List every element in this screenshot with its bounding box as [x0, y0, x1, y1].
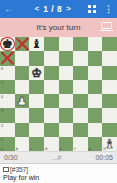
square-d3[interactable] — [44, 108, 59, 122]
square-e2[interactable] — [59, 123, 74, 137]
square-f6[interactable] — [73, 66, 88, 80]
square-d1[interactable]: d — [44, 137, 59, 151]
square-h8[interactable] — [102, 37, 117, 51]
rank-label: 3 — [1, 108, 3, 113]
rank-label: 5 — [1, 80, 3, 85]
square-e4[interactable] — [59, 94, 74, 108]
square-c7[interactable] — [29, 51, 44, 65]
square-a8[interactable]: 8♚ — [0, 37, 15, 51]
square-a6[interactable]: 6 — [0, 66, 15, 80]
task-id: [#357] — [10, 166, 28, 173]
square-b6[interactable] — [15, 66, 30, 80]
square-c4[interactable] — [29, 94, 44, 108]
move-list-text: ...# — [18, 154, 96, 161]
square-h6[interactable] — [102, 66, 117, 80]
square-g8[interactable] — [88, 37, 103, 51]
file-label: a — [1, 146, 3, 151]
timer: 00:05 — [95, 154, 113, 161]
cross-marker — [15, 37, 30, 51]
checkbox-icon — [3, 167, 9, 173]
kebab-menu-icon[interactable]: ⋮ — [104, 0, 113, 18]
black-piece-c8[interactable]: ♝ — [29, 37, 44, 51]
square-h3[interactable] — [102, 108, 117, 122]
square-d4[interactable] — [44, 94, 59, 108]
rank-label: 6 — [1, 66, 3, 71]
puzzle-list-grid-icon[interactable] — [88, 5, 96, 13]
white-piece-c6[interactable]: ♚ — [29, 66, 44, 80]
square-f8[interactable] — [73, 37, 88, 51]
file-label: d — [45, 146, 47, 151]
square-c6[interactable]: ♚ — [29, 66, 44, 80]
square-a3[interactable]: 3 — [0, 108, 15, 122]
chess-board: 8♚♝76♚54♟321abcdefgh♝ — [0, 37, 117, 151]
square-c8[interactable]: ♝ — [29, 37, 44, 51]
file-label: b — [16, 146, 18, 151]
square-a7[interactable]: 7 — [0, 51, 15, 65]
square-a2[interactable]: 2 — [0, 123, 15, 137]
square-d7[interactable] — [44, 51, 59, 65]
square-h2[interactable] — [102, 123, 117, 137]
task-title: Play for win — [3, 174, 114, 181]
square-b3[interactable] — [15, 108, 30, 122]
circle-marker — [0, 37, 15, 51]
square-h7[interactable] — [102, 51, 117, 65]
square-e7[interactable] — [59, 51, 74, 65]
square-b5[interactable] — [15, 80, 30, 94]
square-h4[interactable] — [102, 94, 117, 108]
square-g3[interactable] — [88, 108, 103, 122]
square-g5[interactable] — [88, 80, 103, 94]
square-b8[interactable] — [15, 37, 30, 51]
square-f4[interactable] — [73, 94, 88, 108]
square-g4[interactable] — [88, 94, 103, 108]
square-d8[interactable] — [44, 37, 59, 51]
square-h1[interactable]: h♝ — [102, 137, 117, 151]
computer-icon[interactable] — [101, 22, 112, 29]
score-counter: 0/30 — [4, 154, 18, 161]
square-e8[interactable] — [59, 37, 74, 51]
rank-label: 2 — [1, 123, 3, 128]
turn-banner: It's your turn — [0, 18, 117, 37]
file-label: c — [30, 146, 32, 151]
square-g6[interactable] — [88, 66, 103, 80]
square-b2[interactable] — [15, 123, 30, 137]
puzzle-counter: 1 / 8 — [43, 4, 62, 14]
chess-app: ← < 1 / 8 > ⋮ It's your turn 8♚♝76♚54♟32… — [0, 0, 117, 183]
square-e1[interactable]: e — [59, 137, 74, 151]
square-b4[interactable]: ♟ — [15, 94, 30, 108]
square-f7[interactable] — [73, 51, 88, 65]
square-b7[interactable] — [15, 51, 30, 65]
square-f2[interactable] — [73, 123, 88, 137]
task-area: [#357] Play for win — [0, 164, 117, 183]
next-puzzle-icon[interactable]: > — [66, 0, 71, 18]
square-g2[interactable] — [88, 123, 103, 137]
square-f3[interactable] — [73, 108, 88, 122]
rank-label: 1 — [1, 137, 3, 142]
square-e5[interactable] — [59, 80, 74, 94]
prev-puzzle-icon[interactable]: < — [35, 0, 40, 18]
square-h5[interactable] — [102, 80, 117, 94]
square-d5[interactable] — [44, 80, 59, 94]
square-f1[interactable]: f — [73, 137, 88, 151]
puzzle-navigation: < 1 / 8 > — [18, 0, 88, 18]
top-bar: ← < 1 / 8 > ⋮ — [0, 0, 117, 18]
square-a4[interactable]: 4 — [0, 94, 15, 108]
task-row[interactable]: [#357] — [3, 166, 114, 173]
square-g7[interactable] — [88, 51, 103, 65]
square-c5[interactable] — [29, 80, 44, 94]
file-label: h — [103, 146, 105, 151]
file-label: g — [89, 146, 91, 151]
square-c2[interactable] — [29, 123, 44, 137]
square-d2[interactable] — [44, 123, 59, 137]
square-a5[interactable]: 5 — [0, 80, 15, 94]
rank-label: 4 — [1, 94, 3, 99]
square-e6[interactable] — [59, 66, 74, 80]
square-a1[interactable]: 1a — [0, 137, 15, 151]
square-d6[interactable] — [44, 66, 59, 80]
white-piece-b4[interactable]: ♟ — [15, 94, 30, 108]
square-f5[interactable] — [73, 80, 88, 94]
rank-label: 7 — [1, 51, 3, 56]
file-label: e — [60, 146, 62, 151]
file-label: f — [74, 146, 75, 151]
status-bar: 0/30 ...# 00:05 — [0, 151, 117, 164]
square-c1[interactable]: c — [29, 137, 44, 151]
square-e3[interactable] — [59, 108, 74, 122]
square-g1[interactable]: g — [88, 137, 103, 151]
back-icon[interactable]: ← — [4, 0, 18, 18]
square-c3[interactable] — [29, 108, 44, 122]
square-b1[interactable]: b — [15, 137, 30, 151]
